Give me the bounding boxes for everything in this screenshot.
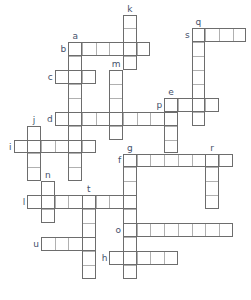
cell-r10c12[interactable]: [178, 154, 192, 168]
cell-divider: [27, 153, 41, 154]
cell-divider: [123, 251, 137, 252]
cell-divider: [137, 42, 138, 56]
cell-r5c4[interactable]: [68, 84, 82, 98]
cell-r7c9[interactable]: [137, 112, 151, 126]
cell-r10c11[interactable]: [164, 154, 178, 168]
cell-r9c5[interactable]: [82, 140, 96, 154]
cell-r15c14[interactable]: [205, 223, 219, 237]
cell-r16c4[interactable]: [68, 237, 82, 251]
cell-r5c13[interactable]: [192, 84, 206, 98]
clue-label-k: k: [123, 4, 137, 14]
clue-label-q: q: [191, 17, 205, 27]
cell-divider: [123, 265, 137, 266]
cell-divider: [192, 154, 193, 168]
cell-r6c4[interactable]: [68, 98, 82, 112]
cell-divider: [68, 126, 82, 127]
cell-divider: [55, 140, 56, 154]
cell-r0c8[interactable]: [123, 15, 137, 29]
cell-divider: [68, 112, 82, 113]
cell-r2c8[interactable]: [123, 42, 137, 56]
cell-divider: [68, 140, 82, 141]
cell-r7c4[interactable]: [68, 112, 82, 126]
word-l-across[interactable]: l: [27, 195, 137, 209]
cell-divider: [150, 251, 151, 265]
cell-divider: [192, 98, 193, 112]
cell-r15c8[interactable]: [123, 223, 137, 237]
cell-divider: [68, 98, 82, 99]
cell-r1c16[interactable]: [233, 28, 247, 42]
cell-r14c8[interactable]: [123, 209, 137, 223]
cell-r7c13[interactable]: [192, 112, 206, 126]
cell-r2c4[interactable]: [68, 42, 82, 56]
cell-r17c7[interactable]: [109, 251, 123, 265]
cell-r10c10[interactable]: [150, 154, 164, 168]
cell-r1c8[interactable]: [123, 28, 137, 42]
cell-divider: [205, 154, 206, 168]
word-u-across[interactable]: u: [41, 237, 96, 251]
clue-label-s: s: [177, 30, 190, 40]
cell-r13c3[interactable]: [55, 195, 69, 209]
cell-r10c9[interactable]: [137, 154, 151, 168]
cell-divider: [82, 140, 83, 154]
cell-r7c5[interactable]: [82, 112, 96, 126]
cell-r7c11[interactable]: [164, 112, 178, 126]
cell-r2c9[interactable]: [137, 42, 151, 56]
cell-divider: [109, 42, 110, 56]
cell-r7c7[interactable]: [109, 112, 123, 126]
cell-r2c5[interactable]: [82, 42, 96, 56]
cell-divider: [82, 112, 83, 126]
cell-divider: [27, 167, 41, 168]
cell-divider: [150, 154, 151, 168]
cell-r13c8[interactable]: [123, 195, 137, 209]
cell-divider: [109, 195, 110, 209]
cell-divider: [109, 126, 123, 127]
cell-r15c9[interactable]: [137, 223, 151, 237]
cell-r13c1[interactable]: [27, 195, 41, 209]
cell-divider: [205, 28, 206, 42]
cell-divider: [178, 223, 179, 237]
cell-divider: [123, 195, 124, 209]
cell-divider: [68, 70, 82, 71]
cell-r12c8[interactable]: [123, 181, 137, 195]
cell-r14c2[interactable]: [41, 209, 55, 223]
word-o-across[interactable]: o: [123, 223, 233, 237]
cell-divider: [137, 251, 138, 265]
cell-r10c14[interactable]: [205, 154, 219, 168]
cell-r13c2[interactable]: [41, 195, 55, 209]
cell-r11c14[interactable]: [205, 167, 219, 181]
word-r-down[interactable]: r: [205, 154, 219, 210]
cell-divider: [205, 195, 219, 196]
cell-r9c11[interactable]: [164, 140, 178, 154]
cell-divider: [178, 98, 179, 112]
clue-label-g: g: [123, 143, 137, 153]
cell-divider: [164, 223, 165, 237]
cell-r9c1[interactable]: [27, 140, 41, 154]
cell-r7c3[interactable]: [55, 112, 69, 126]
cell-r15c13[interactable]: [192, 223, 206, 237]
cell-divider: [192, 70, 206, 71]
cell-r7c10[interactable]: [150, 112, 164, 126]
cell-r18c5[interactable]: [82, 265, 96, 279]
cell-r16c5[interactable]: [82, 237, 96, 251]
cell-divider: [205, 167, 219, 168]
cell-divider: [137, 154, 138, 168]
cell-r15c11[interactable]: [164, 223, 178, 237]
word-q-down[interactable]: q: [192, 28, 206, 125]
clue-label-l: l: [12, 197, 25, 207]
cell-divider: [109, 112, 123, 113]
cell-divider: [123, 195, 137, 196]
cell-divider: [82, 265, 96, 266]
cell-divider: [164, 112, 178, 113]
cell-divider: [68, 84, 82, 85]
cell-r1c15[interactable]: [219, 28, 233, 42]
cell-r10c8[interactable]: [123, 154, 137, 168]
cell-divider: [150, 223, 151, 237]
cell-divider: [68, 237, 69, 251]
cell-r6c12[interactable]: [178, 98, 192, 112]
word-j-down[interactable]: j: [27, 126, 41, 182]
cell-r17c9[interactable]: [137, 251, 151, 265]
cell-divider: [123, 237, 137, 238]
cell-r13c6[interactable]: [96, 195, 110, 209]
cell-r14c5[interactable]: [82, 209, 96, 223]
cell-r2c7[interactable]: [109, 42, 123, 56]
cell-r8c1[interactable]: [27, 126, 41, 140]
word-d-across[interactable]: d: [55, 112, 178, 126]
word-t-down[interactable]: t: [82, 195, 96, 278]
cell-divider: [68, 153, 82, 154]
cell-r15c12[interactable]: [178, 223, 192, 237]
clue-label-a: a: [68, 31, 82, 41]
cell-r1c14[interactable]: [205, 28, 219, 42]
cell-r4c4[interactable]: [68, 70, 82, 84]
cell-divider: [82, 237, 96, 238]
cell-divider: [123, 181, 137, 182]
clue-label-e: e: [164, 87, 178, 97]
cell-divider: [82, 251, 96, 252]
clue-label-p: p: [149, 100, 162, 110]
cell-r2c13[interactable]: [192, 42, 206, 56]
cell-r12c14[interactable]: [205, 181, 219, 195]
clue-label-u: u: [26, 239, 39, 249]
word-e-down[interactable]: e: [164, 98, 178, 154]
cell-r12c2[interactable]: [41, 181, 55, 195]
cell-divider: [192, 84, 206, 85]
cell-divider: [96, 195, 97, 209]
clue-label-t: t: [82, 184, 96, 194]
cell-r7c6[interactable]: [96, 112, 110, 126]
cell-divider: [219, 154, 220, 168]
cell-r17c8[interactable]: [123, 251, 137, 265]
cell-divider: [82, 223, 96, 224]
cell-divider: [192, 112, 206, 113]
clue-label-f: f: [108, 155, 121, 165]
clue-label-d: d: [40, 114, 53, 124]
cell-divider: [123, 56, 137, 57]
cell-divider: [192, 56, 206, 57]
cell-r10c4[interactable]: [68, 153, 82, 167]
cell-r4c3[interactable]: [55, 70, 69, 84]
cell-r10c1[interactable]: [27, 153, 41, 167]
cell-r4c13[interactable]: [192, 70, 206, 84]
cell-r13c4[interactable]: [68, 195, 82, 209]
cell-divider: [55, 195, 56, 209]
cell-r11c4[interactable]: [68, 167, 82, 181]
cell-r13c5[interactable]: [82, 195, 96, 209]
cell-r16c2[interactable]: [41, 237, 55, 251]
cell-r9c3[interactable]: [55, 140, 69, 154]
cell-divider: [68, 112, 69, 126]
cell-divider: [164, 251, 165, 265]
cell-divider: [68, 167, 82, 168]
cell-divider: [68, 56, 82, 57]
cell-r6c11[interactable]: [164, 98, 178, 112]
word-k-down[interactable]: k: [123, 15, 137, 71]
cell-divider: [96, 42, 97, 56]
cell-divider: [68, 195, 69, 209]
cell-divider: [82, 237, 83, 251]
cell-r13c14[interactable]: [205, 195, 219, 209]
cell-divider: [82, 70, 83, 84]
cell-divider: [109, 84, 123, 85]
cell-divider: [27, 140, 28, 154]
cell-divider: [192, 42, 206, 43]
word-i-across[interactable]: i: [14, 140, 96, 154]
clue-label-o: o: [108, 225, 121, 235]
cell-divider: [82, 42, 83, 56]
cell-divider: [178, 154, 179, 168]
clue-label-m: m: [109, 59, 123, 69]
cell-r10c13[interactable]: [192, 154, 206, 168]
cell-divider: [164, 126, 178, 127]
word-m-down[interactable]: m: [109, 70, 123, 140]
cell-r7c8[interactable]: [123, 112, 137, 126]
cell-r13c7[interactable]: [109, 195, 123, 209]
cell-r9c4[interactable]: [68, 140, 82, 154]
cell-r15c15[interactable]: [219, 223, 233, 237]
cell-r4c7[interactable]: [109, 70, 123, 84]
cell-divider: [55, 237, 56, 251]
cell-divider: [123, 42, 137, 43]
cell-r9c2[interactable]: [41, 140, 55, 154]
cell-divider: [68, 70, 69, 84]
cell-r17c10[interactable]: [150, 251, 164, 265]
cell-r17c5[interactable]: [82, 251, 96, 265]
cell-r9c0[interactable]: [14, 140, 28, 154]
cell-r11c8[interactable]: [123, 167, 137, 181]
cell-r17c11[interactable]: [164, 251, 178, 265]
cell-r11c1[interactable]: [27, 167, 41, 181]
cell-divider: [123, 167, 137, 168]
cell-divider: [41, 140, 42, 154]
cell-divider: [41, 209, 55, 210]
cell-divider: [192, 98, 206, 99]
cell-divider: [123, 28, 137, 29]
cell-divider: [27, 140, 41, 141]
clue-label-r: r: [205, 143, 219, 153]
cell-r4c5[interactable]: [82, 70, 96, 84]
cell-r8c11[interactable]: [164, 126, 178, 140]
cell-r18c8[interactable]: [123, 265, 137, 279]
cell-divider: [109, 112, 110, 126]
cell-divider: [123, 251, 124, 265]
cell-r5c7[interactable]: [109, 84, 123, 98]
cell-divider: [41, 195, 42, 209]
cell-r3c8[interactable]: [123, 56, 137, 70]
cell-r6c14[interactable]: [205, 98, 219, 112]
clue-label-n: n: [41, 170, 55, 180]
cell-divider: [82, 209, 96, 210]
cell-r16c3[interactable]: [55, 237, 69, 251]
cell-divider: [205, 98, 206, 112]
cell-divider: [123, 42, 124, 56]
cell-divider: [82, 195, 83, 209]
clue-label-i: i: [0, 142, 12, 152]
cell-divider: [205, 223, 206, 237]
clue-label-j: j: [27, 115, 41, 125]
word-h-across[interactable]: h: [109, 251, 178, 265]
cell-divider: [219, 223, 220, 237]
cell-r6c7[interactable]: [109, 98, 123, 112]
cell-divider: [205, 181, 219, 182]
cell-r8c4[interactable]: [68, 126, 82, 140]
cell-r2c6[interactable]: [96, 42, 110, 56]
cell-divider: [109, 98, 123, 99]
crossword-board: ksqbacmpedjifgrnltouh: [0, 0, 251, 300]
cell-r16c8[interactable]: [123, 237, 137, 251]
cell-r6c13[interactable]: [192, 98, 206, 112]
cell-divider: [123, 209, 137, 210]
cell-divider: [123, 223, 137, 224]
cell-r1c13[interactable]: [192, 28, 206, 42]
cell-r15c5[interactable]: [82, 223, 96, 237]
cell-divider: [219, 28, 220, 42]
cell-divider: [137, 112, 138, 126]
cell-divider: [68, 140, 69, 154]
clue-label-c: c: [40, 72, 53, 82]
cell-divider: [96, 112, 97, 126]
cell-divider: [164, 154, 165, 168]
cell-divider: [233, 28, 234, 42]
clue-label-h: h: [94, 253, 107, 263]
cell-divider: [192, 223, 193, 237]
cell-divider: [137, 223, 138, 237]
cell-r10c15[interactable]: [219, 154, 233, 168]
cell-r8c7[interactable]: [109, 126, 123, 140]
cell-divider: [41, 195, 55, 196]
cell-divider: [164, 112, 165, 126]
cell-divider: [164, 140, 178, 141]
cell-divider: [123, 112, 124, 126]
word-c-across[interactable]: c: [55, 70, 96, 84]
cell-divider: [150, 112, 151, 126]
clue-label-b: b: [53, 44, 66, 54]
cell-r3c13[interactable]: [192, 56, 206, 70]
word-a-down[interactable]: a: [68, 42, 82, 181]
cell-r15c10[interactable]: [150, 223, 164, 237]
cell-r3c4[interactable]: [68, 56, 82, 70]
